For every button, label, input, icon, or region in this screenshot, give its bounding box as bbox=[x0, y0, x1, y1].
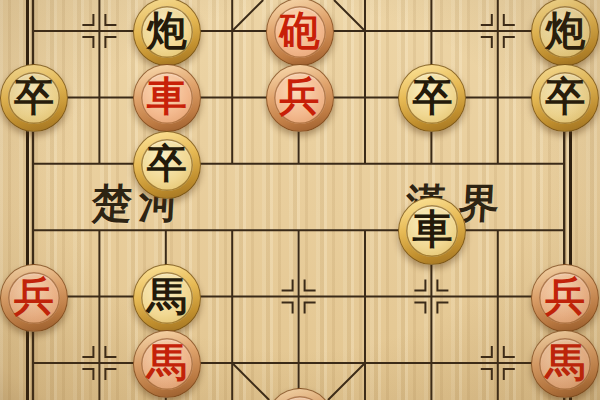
pieces-layer: 炮砲炮卒車兵卒卒卒車兵馬兵馬馬 bbox=[0, 0, 600, 400]
piece-red-horse-face: 馬 bbox=[539, 338, 591, 390]
piece-black-chariot-face: 車 bbox=[406, 205, 458, 257]
piece-black-cannon-glyph: 炮 bbox=[147, 11, 187, 51]
piece-red-cannon[interactable]: 砲 bbox=[266, 0, 334, 66]
piece-red-chariot[interactable]: 車 bbox=[133, 64, 201, 132]
piece-red-cannon-face: 砲 bbox=[274, 6, 326, 58]
piece-black-horse-glyph: 馬 bbox=[147, 277, 187, 317]
piece-red-soldier-glyph: 兵 bbox=[280, 77, 320, 117]
piece-red-soldier-face: 兵 bbox=[539, 272, 591, 324]
piece-red-soldier[interactable]: 兵 bbox=[266, 64, 334, 132]
piece-black-soldier-face: 卒 bbox=[141, 139, 193, 191]
piece-black-horse-face: 馬 bbox=[141, 272, 193, 324]
piece-black-soldier[interactable]: 卒 bbox=[531, 64, 599, 132]
piece-red-horse[interactable]: 馬 bbox=[531, 330, 599, 398]
piece-black-soldier-glyph: 卒 bbox=[412, 77, 452, 117]
piece-red-soldier-glyph: 兵 bbox=[14, 277, 54, 317]
piece-black-soldier[interactable]: 卒 bbox=[398, 64, 466, 132]
piece-red-chariot-glyph: 車 bbox=[147, 77, 187, 117]
piece-black-soldier-glyph: 卒 bbox=[545, 77, 585, 117]
piece-black-soldier-face: 卒 bbox=[8, 72, 60, 124]
piece-black-chariot-glyph: 車 bbox=[412, 210, 452, 250]
piece-black-soldier-face: 卒 bbox=[539, 72, 591, 124]
piece-black-cannon[interactable]: 炮 bbox=[133, 0, 201, 66]
piece-black-chariot[interactable]: 車 bbox=[398, 197, 466, 265]
piece-black-soldier-glyph: 卒 bbox=[14, 77, 54, 117]
piece-black-cannon-face: 炮 bbox=[141, 6, 193, 58]
piece-red-horse-glyph: 馬 bbox=[545, 343, 585, 383]
piece-black-soldier[interactable]: 卒 bbox=[133, 131, 201, 199]
piece-black-soldier-glyph: 卒 bbox=[147, 144, 187, 184]
piece-black-soldier[interactable]: 卒 bbox=[0, 64, 68, 132]
piece-red-cannon-glyph: 砲 bbox=[280, 11, 320, 51]
piece-red-soldier-face: 兵 bbox=[8, 272, 60, 324]
piece-red-chariot-face: 車 bbox=[141, 72, 193, 124]
piece-red-soldier[interactable]: 兵 bbox=[531, 264, 599, 332]
piece-red-horse[interactable]: 馬 bbox=[133, 330, 201, 398]
piece-black-cannon-face: 炮 bbox=[539, 6, 591, 58]
piece-red-soldier[interactable]: 兵 bbox=[0, 264, 68, 332]
piece-black-cannon-glyph: 炮 bbox=[545, 11, 585, 51]
piece-red-soldier-face: 兵 bbox=[274, 72, 326, 124]
piece-red-soldier-glyph: 兵 bbox=[545, 277, 585, 317]
piece-red-partial-face bbox=[274, 396, 326, 400]
piece-red-horse-glyph: 馬 bbox=[147, 343, 187, 383]
piece-red-horse-face: 馬 bbox=[141, 338, 193, 390]
xiangqi-board[interactable]: 楚河 漢界 炮砲炮卒車兵卒卒卒車兵馬兵馬馬 bbox=[0, 0, 600, 400]
piece-black-horse[interactable]: 馬 bbox=[133, 264, 201, 332]
piece-black-soldier-face: 卒 bbox=[406, 72, 458, 124]
piece-black-cannon[interactable]: 炮 bbox=[531, 0, 599, 66]
piece-red-partial[interactable] bbox=[266, 388, 334, 400]
